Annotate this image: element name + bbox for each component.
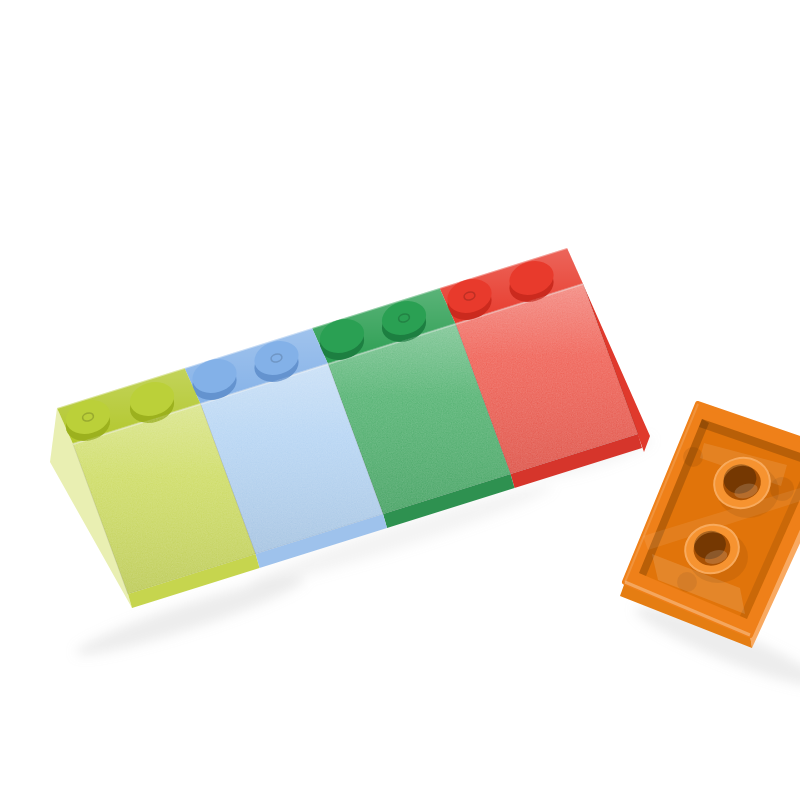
product-photo: Product photo of five plastic toy buildi… (40, 16, 800, 800)
bricks-scene (40, 16, 800, 800)
orange-brick-wall-recess-circle-2 (683, 447, 703, 467)
